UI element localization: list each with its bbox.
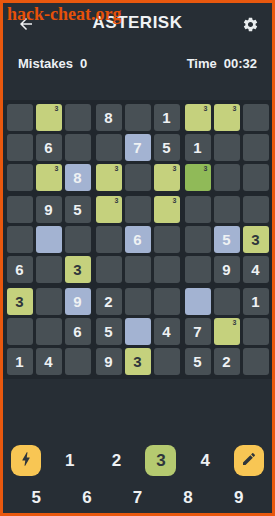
- pencil-note: 3: [204, 105, 208, 112]
- cell-r3c3[interactable]: 8: [65, 164, 91, 191]
- cell-r3c6[interactable]: 3: [154, 164, 180, 191]
- cell-r9c9[interactable]: [243, 348, 269, 375]
- cell-r3c1[interactable]: [7, 164, 33, 191]
- cell-r7c7[interactable]: [185, 288, 211, 315]
- cell-r7c2[interactable]: [36, 288, 62, 315]
- number-pad-row-1: 1 2 3 4: [3, 445, 272, 476]
- pad-digit-6[interactable]: 6: [69, 488, 105, 508]
- cell-r6c7[interactable]: [185, 256, 211, 283]
- cell-r1c9[interactable]: [243, 104, 269, 131]
- cell-r4c1[interactable]: [7, 196, 33, 223]
- notes-button[interactable]: [234, 445, 264, 476]
- cell-r8c6[interactable]: 4: [154, 318, 180, 345]
- cell-r4c5[interactable]: [125, 196, 151, 223]
- pencil-note: 3: [55, 105, 59, 112]
- pad-digit-9[interactable]: 9: [221, 488, 257, 508]
- cell-r6c9[interactable]: 4: [243, 256, 269, 283]
- timer: Time00:32: [187, 56, 257, 71]
- cell-r1c1[interactable]: [7, 104, 33, 131]
- cell-r8c2[interactable]: [36, 318, 62, 345]
- pad-digit-4[interactable]: 4: [187, 445, 223, 476]
- cell-r9c2[interactable]: 4: [36, 348, 62, 375]
- cell-r6c1[interactable]: 6: [7, 256, 33, 283]
- header-bar: ASTERISK: [3, 3, 272, 41]
- cell-r9c5[interactable]: 3: [125, 348, 151, 375]
- cell-r6c4[interactable]: [96, 256, 122, 283]
- cell-r4c2[interactable]: 9: [36, 196, 62, 223]
- cell-r4c9[interactable]: [243, 196, 269, 223]
- cell-r4c7[interactable]: [185, 196, 211, 223]
- cell-r7c8[interactable]: [214, 288, 240, 315]
- cell-r8c8[interactable]: 3: [214, 318, 240, 345]
- pencil-note: 3: [173, 197, 177, 204]
- cell-r2c8[interactable]: [214, 134, 240, 161]
- cell-r8c5[interactable]: [125, 318, 151, 345]
- cell-r9c6[interactable]: [154, 348, 180, 375]
- cell-r9c8[interactable]: 2: [214, 348, 240, 375]
- pencil-note: 3: [233, 319, 237, 326]
- cell-r2c5[interactable]: 7: [125, 134, 151, 161]
- cell-r5c6[interactable]: [154, 226, 180, 253]
- pencil-icon: [241, 451, 257, 471]
- cell-r8c3[interactable]: 6: [65, 318, 91, 345]
- pad-digit-7[interactable]: 7: [119, 488, 155, 508]
- cell-r2c6[interactable]: 5: [154, 134, 180, 161]
- app-frame: hack-cheat.org ASTERISK Mistakes0 Time00…: [0, 0, 275, 516]
- pad-digit-8[interactable]: 8: [170, 488, 206, 508]
- board-box-1: 3638: [7, 104, 91, 191]
- cell-r1c3[interactable]: [65, 104, 91, 131]
- pad-digit-5[interactable]: 5: [18, 488, 54, 508]
- board-box-3: 3313: [185, 104, 269, 191]
- board-box-5: 336: [96, 196, 180, 283]
- cell-r2c1[interactable]: [7, 134, 33, 161]
- board-box-4: 9563: [7, 196, 91, 283]
- board-box-6: 5394: [185, 196, 269, 283]
- pencil-note: 3: [55, 165, 59, 172]
- cell-r1c8[interactable]: 3: [214, 104, 240, 131]
- cell-r9c7[interactable]: 5: [185, 348, 211, 375]
- cell-r7c9[interactable]: 1: [243, 288, 269, 315]
- cell-r4c3[interactable]: 5: [65, 196, 91, 223]
- cell-r6c3[interactable]: 3: [65, 256, 91, 283]
- cell-r3c9[interactable]: [243, 164, 269, 191]
- cell-r1c7[interactable]: 3: [185, 104, 211, 131]
- board-background: 3638817533331395633365394396142549317352: [3, 100, 272, 379]
- mistakes-value: 0: [80, 56, 87, 71]
- cell-r5c7[interactable]: [185, 226, 211, 253]
- cell-r5c9[interactable]: 3: [243, 226, 269, 253]
- hint-button[interactable]: [11, 445, 41, 476]
- cell-r1c6[interactable]: 1: [154, 104, 180, 131]
- cell-r8c1[interactable]: [7, 318, 33, 345]
- cell-r9c4[interactable]: 9: [96, 348, 122, 375]
- status-bar: Mistakes0 Time00:32: [3, 56, 272, 71]
- cell-r9c3[interactable]: [65, 348, 91, 375]
- cell-r2c4[interactable]: [96, 134, 122, 161]
- pencil-note: 3: [173, 165, 177, 172]
- number-pad-row-2: 5 6 7 8 9: [3, 488, 272, 508]
- cell-r3c4[interactable]: 3: [96, 164, 122, 191]
- time-value: 00:32: [224, 56, 257, 71]
- cell-r5c4[interactable]: [96, 226, 122, 253]
- cell-r2c9[interactable]: [243, 134, 269, 161]
- cell-r5c1[interactable]: [7, 226, 33, 253]
- cell-r4c4[interactable]: 3: [96, 196, 122, 223]
- sudoku-board: 3638817533331395633365394396142549317352: [7, 104, 269, 375]
- cell-r6c5[interactable]: [125, 256, 151, 283]
- cell-r6c6[interactable]: [154, 256, 180, 283]
- cell-r7c1[interactable]: 3: [7, 288, 33, 315]
- cell-r3c7[interactable]: 3: [185, 164, 211, 191]
- cell-r5c8[interactable]: 5: [214, 226, 240, 253]
- cell-r4c6[interactable]: 3: [154, 196, 180, 223]
- mistakes-counter: Mistakes0: [18, 56, 87, 71]
- cell-r1c4[interactable]: 8: [96, 104, 122, 131]
- time-label: Time: [187, 56, 217, 71]
- mistakes-label: Mistakes: [18, 56, 73, 71]
- cell-r2c7[interactable]: 1: [185, 134, 211, 161]
- cell-r7c4[interactable]: 2: [96, 288, 122, 315]
- board-box-8: 25493: [96, 288, 180, 375]
- board-box-9: 17352: [185, 288, 269, 375]
- board-box-7: 39614: [7, 288, 91, 375]
- cell-r8c7[interactable]: 7: [185, 318, 211, 345]
- cell-r5c3[interactable]: [65, 226, 91, 253]
- cell-r4c8[interactable]: [214, 196, 240, 223]
- cell-r7c6[interactable]: [154, 288, 180, 315]
- cell-r2c3[interactable]: [65, 134, 91, 161]
- pencil-note: 3: [115, 165, 119, 172]
- cell-r1c5[interactable]: [125, 104, 151, 131]
- cell-r5c2[interactable]: [36, 226, 62, 253]
- pad-digit-1[interactable]: 1: [52, 445, 88, 476]
- lightning-bolt-icon: [17, 450, 35, 472]
- cell-r8c9[interactable]: [243, 318, 269, 345]
- cell-r3c2[interactable]: 3: [36, 164, 62, 191]
- pencil-note: 3: [115, 197, 119, 204]
- cell-r9c1[interactable]: 1: [7, 348, 33, 375]
- cell-r7c5[interactable]: [125, 288, 151, 315]
- pad-digit-2[interactable]: 2: [99, 445, 135, 476]
- cell-r3c8[interactable]: [214, 164, 240, 191]
- cell-r1c2[interactable]: 3: [36, 104, 62, 131]
- cell-r2c2[interactable]: 6: [36, 134, 62, 161]
- cell-r6c8[interactable]: 9: [214, 256, 240, 283]
- pencil-note: 3: [233, 105, 237, 112]
- pad-digit-3[interactable]: 3: [145, 445, 176, 476]
- cell-r5c5[interactable]: 6: [125, 226, 151, 253]
- cell-r7c3[interactable]: 9: [65, 288, 91, 315]
- pencil-note: 3: [204, 165, 208, 172]
- cell-r6c2[interactable]: [36, 256, 62, 283]
- page-title: ASTERISK: [3, 13, 272, 33]
- cell-r8c4[interactable]: 5: [96, 318, 122, 345]
- cell-r3c5[interactable]: [125, 164, 151, 191]
- board-box-2: 817533: [96, 104, 180, 191]
